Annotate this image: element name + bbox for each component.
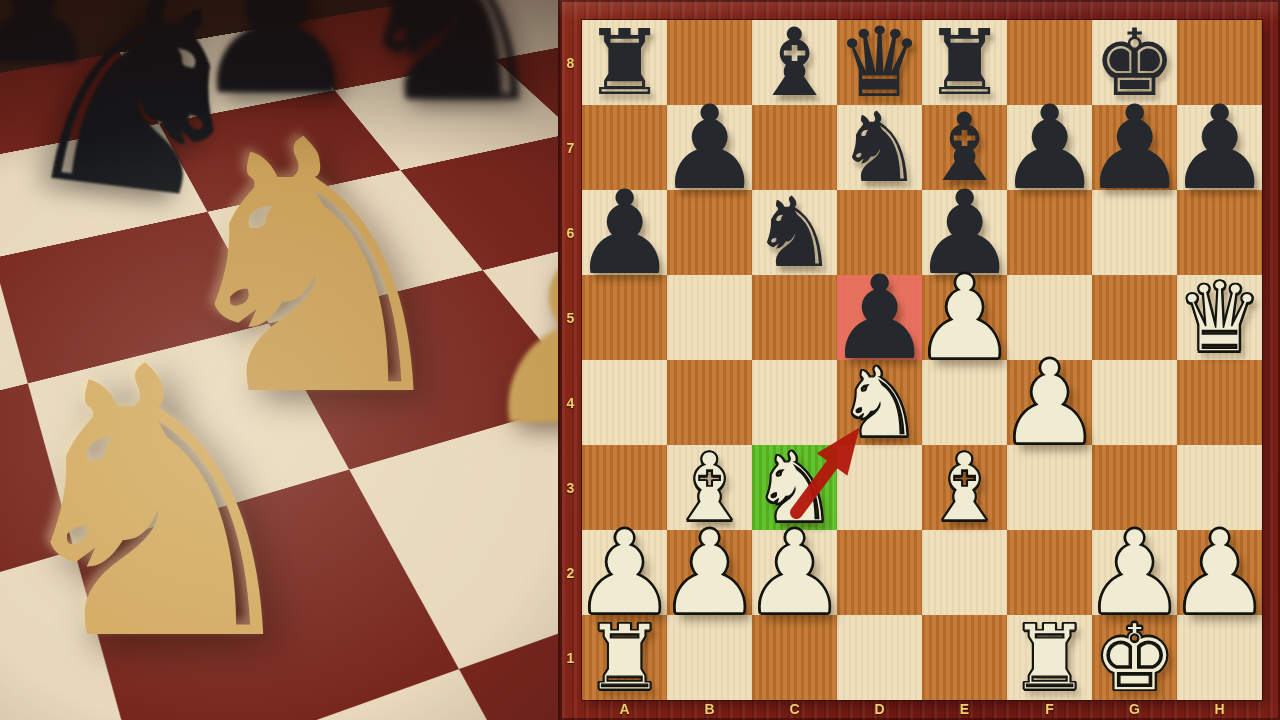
black-pawn[interactable]: ♟ — [1168, 90, 1272, 206]
square-f2[interactable] — [1007, 530, 1092, 615]
square-g5[interactable] — [1092, 275, 1177, 360]
photo-vignette — [0, 0, 558, 720]
photo-panel: ♞ ♟ ♞ ♟ ♞ ♞ ♟ — [0, 0, 558, 720]
square-d1[interactable] — [837, 615, 922, 700]
screenshot: ♞ ♟ ♞ ♟ ♞ ♞ ♟ 87654321 ♜♝♛♜♚♟♞♝♟♟♟♟♞♟♟♟♛… — [0, 0, 1280, 720]
rank-label-8: 8 — [560, 20, 581, 105]
white-king[interactable]: ♚ — [1093, 611, 1176, 703]
black-bishop[interactable]: ♝ — [752, 15, 836, 109]
square-e1[interactable] — [922, 615, 1007, 700]
square-b5[interactable] — [667, 275, 752, 360]
square-c8[interactable]: ♝ — [752, 20, 837, 105]
black-knight[interactable]: ♞ — [751, 184, 838, 281]
black-knight[interactable]: ♞ — [836, 99, 923, 196]
file-label-f: F — [1007, 699, 1092, 719]
square-h7[interactable]: ♟ — [1177, 105, 1262, 190]
file-label-b: B — [667, 699, 752, 719]
file-labels: ABCDEFGH — [582, 699, 1262, 719]
square-a1[interactable]: ♜ — [582, 615, 667, 700]
square-g4[interactable] — [1092, 360, 1177, 445]
file-label-e: E — [922, 699, 1007, 719]
square-a6[interactable]: ♟ — [582, 190, 667, 275]
square-a4[interactable] — [582, 360, 667, 445]
square-a8[interactable]: ♜ — [582, 20, 667, 105]
square-c2[interactable]: ♟ — [752, 530, 837, 615]
square-f1[interactable]: ♜ — [1007, 615, 1092, 700]
square-e5[interactable]: ♟ — [922, 275, 1007, 360]
white-knight[interactable]: ♞ — [836, 354, 923, 451]
square-a2[interactable]: ♟ — [582, 530, 667, 615]
file-label-d: D — [837, 699, 922, 719]
white-bishop[interactable]: ♝ — [922, 440, 1006, 534]
rank-label-4: 4 — [560, 360, 581, 445]
square-b7[interactable]: ♟ — [667, 105, 752, 190]
black-pawn[interactable]: ♟ — [573, 175, 677, 291]
square-h5[interactable]: ♛ — [1177, 275, 1262, 360]
square-e3[interactable]: ♝ — [922, 445, 1007, 530]
file-label-a: A — [582, 699, 667, 719]
board-frame: 87654321 ♜♝♛♜♚♟♞♝♟♟♟♟♞♟♟♟♛♞♟♝♞♝♟♟♟♟♟♜♜♚ … — [558, 0, 1280, 720]
white-rook[interactable]: ♜ — [1009, 612, 1090, 703]
square-g1[interactable]: ♚ — [1092, 615, 1177, 700]
black-rook[interactable]: ♜ — [584, 17, 665, 108]
square-d2[interactable] — [837, 530, 922, 615]
square-g7[interactable]: ♟ — [1092, 105, 1177, 190]
square-f7[interactable]: ♟ — [1007, 105, 1092, 190]
white-queen[interactable]: ♛ — [1176, 269, 1263, 366]
square-c6[interactable]: ♞ — [752, 190, 837, 275]
square-d4[interactable]: ♞ — [837, 360, 922, 445]
square-h2[interactable]: ♟ — [1177, 530, 1262, 615]
chess-board: ♜♝♛♜♚♟♞♝♟♟♟♟♞♟♟♟♛♞♟♝♞♝♟♟♟♟♟♜♜♚ — [582, 20, 1262, 700]
square-b2[interactable]: ♟ — [667, 530, 752, 615]
square-d7[interactable]: ♞ — [837, 105, 922, 190]
file-label-c: C — [752, 699, 837, 719]
white-pawn[interactable]: ♟ — [998, 345, 1102, 461]
file-label-g: G — [1092, 699, 1177, 719]
white-pawn[interactable]: ♟ — [1168, 515, 1272, 631]
white-pawn[interactable]: ♟ — [743, 515, 847, 631]
file-label-h: H — [1177, 699, 1262, 719]
square-g2[interactable]: ♟ — [1092, 530, 1177, 615]
white-rook[interactable]: ♜ — [584, 612, 665, 703]
square-f4[interactable]: ♟ — [1007, 360, 1092, 445]
